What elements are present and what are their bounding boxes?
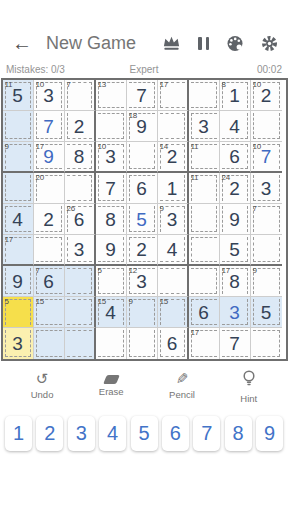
cell-r7c4[interactable]: 5 [96,266,127,297]
cell-r9c1[interactable]: 3 [3,328,34,359]
cage-border [160,268,185,294]
cell-r6c1[interactable]: 17 [3,235,34,266]
cage-sum-label: 11 [191,143,199,151]
cage-border [129,330,155,357]
cell-r5c6[interactable]: 93 [158,204,189,235]
cage-sum-label: 10 [253,143,261,151]
cage-border [253,113,280,139]
numpad-3[interactable]: 3 [68,416,95,451]
cage-sum-label: 15 [36,298,44,306]
cell-r2c3[interactable]: 2 [65,111,96,142]
cell-r5c7[interactable] [189,204,220,235]
killer-sudoku-app: ← New Game [0,0,288,512]
given-digit: 3 [198,117,209,136]
cell-r6c6[interactable]: 4 [158,235,189,266]
cage-sum-label: 26 [67,205,75,213]
given-digit: 8 [74,147,85,166]
pencil-icon: ✎ [176,370,189,387]
given-digit: 2 [261,86,272,105]
cage-sum-label: 11 [191,174,199,182]
given-digit: 3 [105,147,116,166]
cage-sum-label: 9 [253,267,257,275]
cell-r9c8[interactable]: 7 [220,328,251,359]
toolbar: ↺UndoErase✎PencilHint [0,370,288,404]
crown-icon[interactable] [162,34,181,52]
given-digit: 5 [229,240,240,259]
cell-r3c5[interactable] [127,142,158,173]
cage-sum-label: 10 [253,81,261,89]
cell-r1c6[interactable]: 17 [158,80,189,111]
cage-border [160,113,185,139]
given-digit: 3 [136,272,147,291]
cell-r4c1[interactable] [3,173,34,204]
cell-r3c1[interactable]: 9 [3,142,34,173]
cell-r8c9[interactable]: 5 [251,297,282,328]
sudoku-board: 1151037137178110272189349179810314211610… [1,78,288,361]
cell-r1c8[interactable]: 81 [220,80,251,111]
cage-border [191,206,217,232]
cell-r2c7[interactable]: 3 [189,111,220,142]
given-digit: 2 [229,179,240,198]
eraser-icon [103,375,120,384]
given-digit: 3 [74,240,85,259]
given-digit: 3 [167,210,178,229]
pause-icon[interactable] [198,34,209,52]
cell-r9c4[interactable] [96,328,127,359]
cage-sum-label: 13 [98,81,106,89]
cage-sum-label: 15 [98,298,106,306]
cage-border [191,237,217,262]
cage-border [67,299,92,325]
cell-r8c1[interactable]: 5 [3,297,34,328]
top-bar: ← New Game [0,0,288,58]
cage-sum-label: 20 [36,174,44,182]
cage-sum-label: 10 [98,143,106,151]
numpad-6[interactable]: 6 [162,416,189,451]
given-digit: 6 [198,303,209,322]
given-digit: 4 [229,117,240,136]
top-bar-icons [162,34,278,52]
cell-r6c2[interactable] [34,235,65,266]
cage-sum-label: 5 [98,267,102,275]
cage-border [129,144,155,169]
cage-sum-label: 14 [160,143,168,151]
cell-r7c9[interactable]: 9 [251,266,282,297]
given-digit: 5 [12,86,23,105]
cage-border [253,330,280,357]
user-digit: 5 [136,210,147,229]
given-digit: 7 [136,86,147,105]
cell-r7c5[interactable]: 123 [127,266,158,297]
tool-label: Hint [240,393,257,404]
page-title: New Game [46,33,162,54]
cell-r3c9[interactable]: 107 [251,142,282,173]
cell-r4c8[interactable]: 242 [220,173,251,204]
given-digit: 9 [105,240,116,259]
hint-button[interactable]: Hint [240,370,257,404]
given-digit: 1 [229,86,240,105]
cell-r1c1[interactable]: 115 [3,80,34,111]
back-icon[interactable]: ← [12,32,38,55]
given-digit: 7 [229,334,240,353]
cage-border [36,330,62,357]
given-digit: 9 [12,272,23,291]
cage-sum-label: 5 [5,298,9,306]
cell-r6c3[interactable]: 3 [65,235,96,266]
given-digit: 8 [105,210,116,229]
cage-sum-label: 17 [160,81,168,89]
pencil-button[interactable]: ✎Pencil [169,370,195,404]
cell-r5c9[interactable]: 7 [251,204,282,235]
cage-border [67,268,92,294]
cell-r8c3[interactable] [65,297,96,328]
cage-sum-label: 9 [160,205,164,213]
cell-r7c3[interactable] [65,266,96,297]
cell-r1c9[interactable]: 102 [251,80,282,111]
cell-r6c5[interactable]: 2 [127,235,158,266]
cell-r2c5[interactable]: 189 [127,111,158,142]
cell-r4c9[interactable]: 3 [251,173,282,204]
cell-r9c6[interactable]: 6 [158,328,189,359]
cage-sum-label: 11 [5,81,13,89]
cell-r8c4[interactable]: 154 [96,297,127,328]
cell-r6c4[interactable]: 9 [96,235,127,266]
cell-r2c8[interactable]: 4 [220,111,251,142]
given-digit: 2 [74,117,85,136]
cell-r8c5[interactable]: 9 [127,297,158,328]
cage-sum-label: 17 [36,143,44,151]
cage-sum-label: 9 [129,298,133,306]
cell-r6c7[interactable] [189,235,220,266]
numpad-5[interactable]: 5 [131,416,158,451]
user-digit: 7 [261,147,272,166]
cell-r1c5[interactable]: 7 [127,80,158,111]
tool-label: Pencil [169,389,195,400]
numpad-2[interactable]: 2 [36,416,63,451]
cage-sum-label: 24 [222,174,230,182]
given-digit: 3 [261,179,272,198]
cage-sum-label: 10 [36,81,44,89]
given-digit: 6 [43,272,54,291]
undo-button[interactable]: ↺Undo [31,370,54,404]
cage-sum-label: 17 [5,236,13,244]
cell-r4c7[interactable]: 11 [189,173,220,204]
cage-sum-label: 15 [160,298,168,306]
cage-border [67,330,92,357]
cell-r8c7[interactable]: 6 [189,297,220,328]
cage-sum-label: 17 [191,329,199,337]
cage-border [67,175,92,201]
undo-icon: ↺ [36,370,49,387]
cell-r7c8[interactable]: 178 [220,266,251,297]
numpad-8[interactable]: 8 [225,416,252,451]
cage-border [191,268,217,294]
cell-r2c9[interactable] [251,111,282,142]
user-digit: 7 [43,117,54,136]
cage-border [191,82,217,108]
cell-r3c6[interactable]: 142 [158,142,189,173]
cage-sum-label: 12 [129,267,137,275]
cell-r9c2[interactable] [34,328,65,359]
cell-r3c7[interactable]: 11 [189,142,220,173]
cell-r7c2[interactable]: 76 [34,266,65,297]
given-digit: 8 [229,272,240,291]
cell-r8c6[interactable]: 15 [158,297,189,328]
cell-r4c6[interactable]: 1 [158,173,189,204]
given-digit: 6 [167,334,178,353]
cage-sum-label: 18 [129,112,137,120]
cell-r6c8[interactable]: 5 [220,235,251,266]
cage-border [98,330,124,357]
gear-icon[interactable] [261,34,278,52]
given-digit: 2 [167,147,178,166]
cell-r4c3[interactable] [65,173,96,204]
difficulty-label: Expert [0,64,288,75]
cell-r1c2[interactable]: 103 [34,80,65,111]
number-pad: 123456789 [0,416,288,451]
given-digit: 2 [136,240,147,259]
cell-r3c8[interactable]: 6 [220,142,251,173]
cell-r5c3[interactable]: 266 [65,204,96,235]
tool-label: Erase [99,386,124,397]
given-digit: 3 [43,86,54,105]
numpad-9[interactable]: 9 [256,416,283,451]
cell-r1c7[interactable] [189,80,220,111]
cell-r1c3[interactable]: 7 [65,80,96,111]
erase-button[interactable]: Erase [99,370,124,404]
given-digit: 9 [136,117,147,136]
cell-r5c2[interactable]: 2 [34,204,65,235]
user-digit: 3 [229,303,240,322]
given-digit: 6 [136,179,147,198]
cage-border [253,237,280,262]
numpad-4[interactable]: 4 [99,416,126,451]
cell-r4c5[interactable]: 6 [127,173,158,204]
status-row: Mistakes: 0/3 Expert 00:02 [0,58,288,78]
user-digit: 9 [43,147,54,166]
cell-r9c7[interactable]: 17 [189,328,220,359]
cell-r5c8[interactable]: 9 [220,204,251,235]
cage-sum-label: 7 [253,205,257,213]
cage-border [98,113,124,139]
given-digit: 5 [261,303,272,322]
cage-sum-label: 17 [222,267,230,275]
palette-icon[interactable] [226,34,244,52]
cell-r5c4[interactable]: 8 [96,204,127,235]
cell-r4c4[interactable]: 7 [96,173,127,204]
given-digit: 6 [74,210,85,229]
cell-r9c5[interactable] [127,328,158,359]
cell-r1c4[interactable]: 13 [96,80,127,111]
cell-r8c8[interactable]: 3 [220,297,251,328]
cell-r9c9[interactable] [251,328,282,359]
given-digit: 6 [229,147,240,166]
cell-r3c2[interactable]: 179 [34,142,65,173]
lightbulb-icon [242,370,256,391]
cage-sum-label: 7 [36,267,40,275]
given-digit: 3 [12,334,23,353]
given-digit: 4 [12,210,23,229]
cage-border [5,113,31,139]
cell-r7c1[interactable]: 9 [3,266,34,297]
cell-r5c5[interactable]: 5 [127,204,158,235]
cell-r2c6[interactable] [158,111,189,142]
cage-sum-label: 8 [222,81,226,89]
cell-r2c4[interactable] [96,111,127,142]
given-digit: 1 [167,179,178,198]
cage-sum-label: 7 [67,81,71,89]
cell-r8c2[interactable]: 15 [34,297,65,328]
cell-r7c7[interactable] [189,266,220,297]
numpad-1[interactable]: 1 [5,416,32,451]
given-digit: 4 [167,240,178,259]
cell-r6c9[interactable] [251,235,282,266]
cage-border [5,175,31,201]
cell-r2c2[interactable]: 7 [34,111,65,142]
numpad-7[interactable]: 7 [193,416,220,451]
given-digit: 4 [105,303,116,322]
cell-r5c1[interactable]: 4 [3,204,34,235]
tool-label: Undo [31,389,54,400]
given-digit: 9 [229,210,240,229]
cell-r4c2[interactable]: 20 [34,173,65,204]
cell-r7c6[interactable] [158,266,189,297]
cell-r3c3[interactable]: 8 [65,142,96,173]
cell-r3c4[interactable]: 103 [96,142,127,173]
cage-border [36,237,62,262]
cell-r9c3[interactable] [65,328,96,359]
given-digit: 7 [105,179,116,198]
cell-r2c1[interactable] [3,111,34,142]
cage-sum-label: 9 [5,143,9,151]
given-digit: 2 [43,210,54,229]
